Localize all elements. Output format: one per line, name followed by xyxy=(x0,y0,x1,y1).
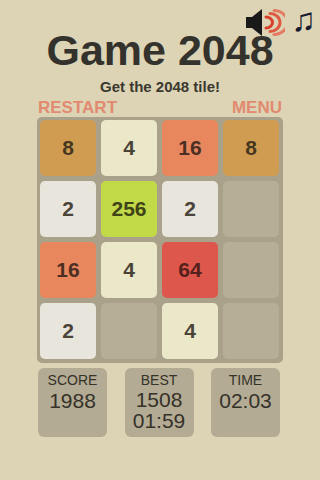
tile-4-r4c3: 4 xyxy=(162,303,218,359)
score-value: 1988 xyxy=(49,389,96,412)
tile-2-r2c3: 2 xyxy=(162,181,218,237)
menu-button[interactable]: MENU xyxy=(232,98,282,118)
tile-2-r4c1: 2 xyxy=(40,303,96,359)
empty-cell-r4c2 xyxy=(101,303,157,359)
tile-2-r2c1: 2 xyxy=(40,181,96,237)
empty-cell-r3c4 xyxy=(223,242,279,298)
scoreboard: SCORE 1988 BEST 1508 01:59 TIME 02:03 xyxy=(38,368,280,437)
page-title: Game 2048 xyxy=(0,26,320,75)
empty-cell-r4c4 xyxy=(223,303,279,359)
nav-row: RESTART MENU xyxy=(38,98,282,118)
tile-4-r3c2: 4 xyxy=(101,242,157,298)
tile-4-r1c2: 4 xyxy=(101,120,157,176)
score-label: SCORE xyxy=(48,372,98,389)
tile-8-r1c1: 8 xyxy=(40,120,96,176)
tile-64-r3c3: 64 xyxy=(162,242,218,298)
time-label: TIME xyxy=(229,372,262,389)
best-score-value: 1508 xyxy=(136,389,183,410)
tile-256-r2c2: 256 xyxy=(101,181,157,237)
time-panel: TIME 02:03 xyxy=(211,368,280,437)
game-board[interactable]: 84168225621646424 xyxy=(37,117,283,363)
tile-16-r1c3: 16 xyxy=(162,120,218,176)
empty-cell-r2c4 xyxy=(223,181,279,237)
game-screen: ♫ Game 2048 Get the 2048 tile! RESTART M… xyxy=(0,0,320,480)
best-panel: BEST 1508 01:59 xyxy=(125,368,194,437)
time-value: 02:03 xyxy=(219,389,272,412)
tile-16-r3c1: 16 xyxy=(40,242,96,298)
tile-8-r1c4: 8 xyxy=(223,120,279,176)
score-panel: SCORE 1988 xyxy=(38,368,107,437)
best-time-value: 01:59 xyxy=(133,410,186,431)
best-label: BEST xyxy=(141,372,178,389)
page-subtitle: Get the 2048 tile! xyxy=(0,78,320,95)
restart-button[interactable]: RESTART xyxy=(38,98,117,118)
